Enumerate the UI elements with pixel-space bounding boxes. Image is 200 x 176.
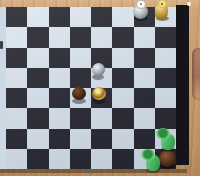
piece-silver-pawn-g8[interactable] (131, 0, 150, 22)
piece-body-e4 (92, 87, 106, 100)
piece-dark-round-d4[interactable] (71, 85, 88, 104)
piece-body-d4 (72, 87, 86, 100)
piece-gold-pawn-h8[interactable] (152, 0, 171, 22)
piece-silver-round-e5[interactable] (91, 62, 106, 80)
piece-gold-round-e4[interactable] (91, 85, 108, 104)
piece-top-h8 (158, 0, 167, 8)
photo-chessboard-scene (0, 0, 200, 176)
piece-body-e5 (92, 63, 105, 76)
piece-top-g8 (136, 0, 146, 9)
pieces-layer (0, 0, 200, 176)
piece-top-h2 (156, 128, 170, 139)
piece-top-g1 (141, 149, 155, 160)
piece-green-cylinder-g1[interactable] (140, 148, 162, 173)
